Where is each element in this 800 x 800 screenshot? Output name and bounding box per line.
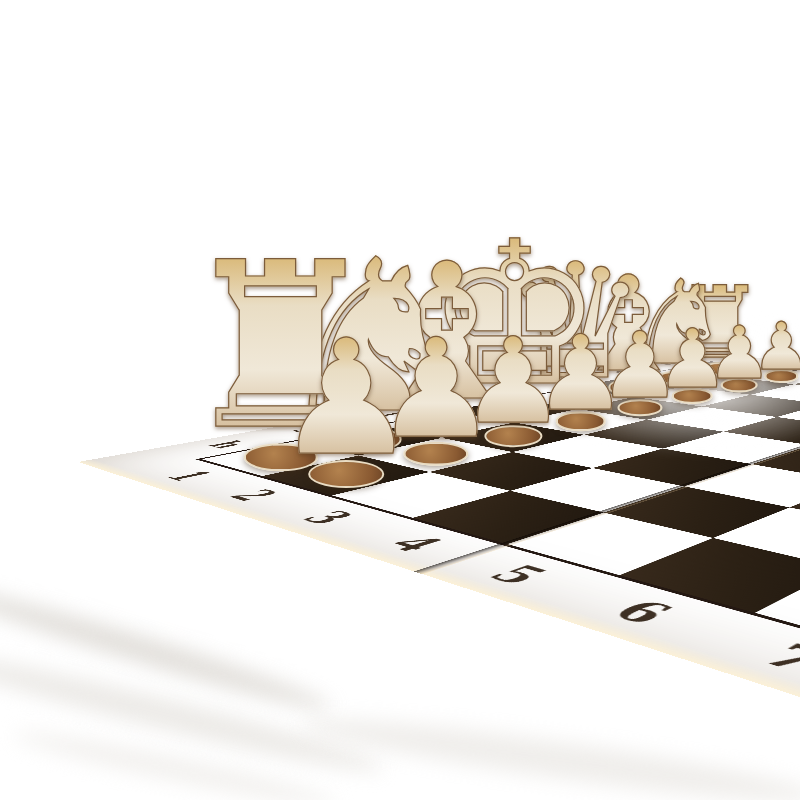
highlight-overlay [530, 315, 800, 455]
scene: hgfedcba12345678 ♜♞♝♛♚♝♞♜♟♟♟♟♟♟♟♟ [0, 0, 800, 800]
